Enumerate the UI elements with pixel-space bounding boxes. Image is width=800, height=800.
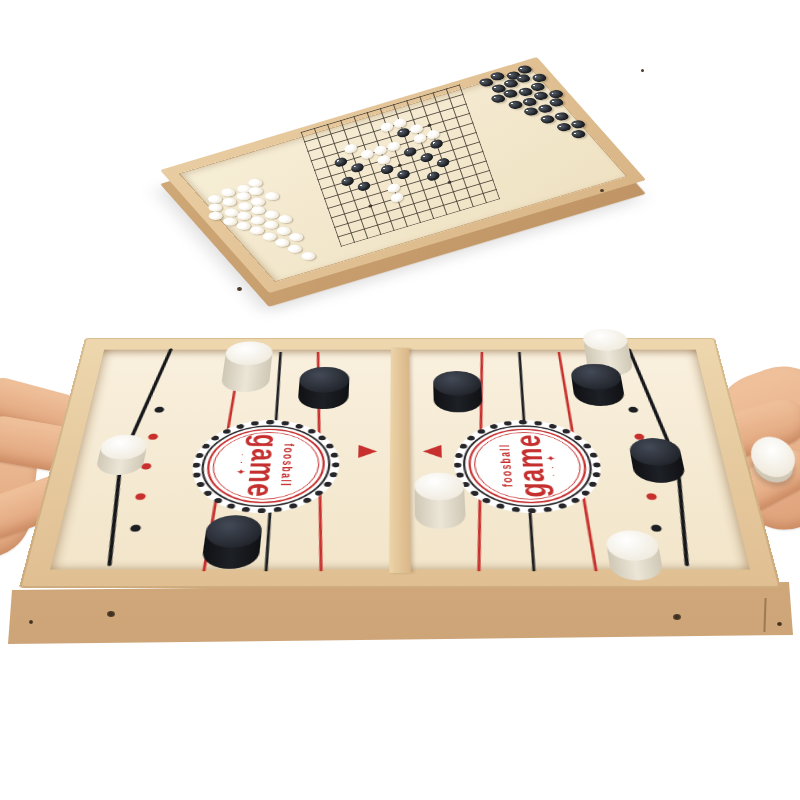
go-stone-black[interactable] (428, 138, 443, 150)
logo-game-text: game (242, 434, 282, 497)
center-arrow (423, 445, 442, 458)
sling-board-frame: foosball game · · ✦ foosball game · · ✦ (19, 338, 781, 588)
screw-hole (641, 69, 644, 72)
go-stone-black[interactable] (349, 162, 364, 174)
star-point (427, 123, 432, 127)
go-stone-white[interactable] (379, 121, 394, 133)
star-point (368, 204, 373, 208)
go-stone-black[interactable] (402, 146, 417, 158)
go-stone-black[interactable] (333, 156, 348, 168)
screw-hole (107, 611, 115, 617)
field-dot (130, 525, 142, 532)
star-point (397, 164, 402, 168)
puck-black[interactable] (297, 367, 350, 409)
sling-puck-board: foosball game · · ✦ foosball game · · ✦ (19, 338, 781, 588)
puck-white[interactable] (414, 473, 466, 529)
field-dot (135, 493, 146, 500)
go-stone-white[interactable] (386, 140, 401, 152)
screw-hole (777, 622, 782, 626)
puck-white-held[interactable] (94, 435, 149, 475)
logo-marks: · · ✦ (546, 454, 557, 477)
go-stone-black[interactable] (356, 181, 371, 193)
star-point (447, 180, 452, 184)
go-stone-white[interactable] (389, 192, 404, 204)
screw-hole (237, 287, 242, 291)
screw-hole (673, 614, 681, 620)
puck-white[interactable] (604, 531, 664, 581)
puck-white[interactable] (220, 342, 273, 392)
center-arrow (358, 445, 377, 458)
go-stone-black[interactable] (425, 171, 440, 183)
screw-hole (600, 189, 604, 192)
center-divider-bar (389, 348, 411, 572)
puck-black-held[interactable] (628, 438, 687, 482)
puck-top (414, 473, 464, 500)
screw-hole (29, 620, 33, 624)
field-dot (628, 407, 639, 413)
field-dot (154, 407, 165, 413)
puck-top (433, 371, 482, 395)
field-dot (148, 434, 159, 440)
logo-badge-right: foosball game · · ✦ (452, 420, 607, 513)
puck-black[interactable] (570, 364, 627, 406)
field-dot (646, 493, 657, 500)
go-stone-black[interactable] (419, 152, 434, 164)
go-stone-black[interactable] (395, 127, 410, 139)
logo-badge-left: foosball game · · ✦ (186, 420, 342, 513)
go-stone-white[interactable] (412, 132, 427, 144)
go-stone-black[interactable] (379, 163, 394, 175)
go-stone-black[interactable] (396, 169, 411, 181)
go-stone-white[interactable] (343, 143, 358, 155)
go-stone-white[interactable] (359, 148, 374, 160)
puck-black[interactable] (433, 371, 483, 412)
logo-marks: · · ✦ (236, 454, 248, 477)
puck-black[interactable] (201, 516, 264, 569)
go-stone-black[interactable] (435, 157, 450, 169)
go-stone-black[interactable] (339, 175, 354, 187)
